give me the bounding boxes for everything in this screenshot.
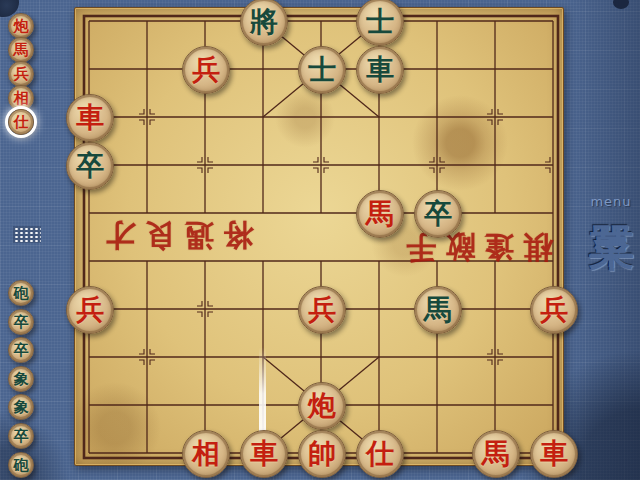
red-車-piece[interactable]: 車	[530, 430, 578, 478]
tray-black-卒[interactable]: 卒	[8, 337, 34, 363]
black-士-piece[interactable]: 士	[356, 0, 404, 46]
red-兵-piece[interactable]: 兵	[298, 286, 346, 334]
red-仕-piece[interactable]: 仕	[356, 430, 404, 478]
tray-red-兵[interactable]: 兵	[8, 61, 34, 87]
tray-red-馬[interactable]: 馬	[8, 37, 34, 63]
black-卒-piece[interactable]: 卒	[66, 142, 114, 190]
red-炮-piece[interactable]: 炮	[298, 382, 346, 430]
red-馬-piece[interactable]: 馬	[356, 190, 404, 238]
tray-black-象[interactable]: 象	[8, 394, 34, 420]
red-馬-piece[interactable]: 馬	[472, 430, 520, 478]
red-兵-piece[interactable]: 兵	[182, 46, 230, 94]
tray-black-卒[interactable]: 卒	[8, 423, 34, 449]
top-decoration-blob	[613, 0, 629, 9]
xiangqi-board[interactable]: 将遇良才 棋逢敵手 將士兵士車車卒馬卒兵兵馬兵炮相車帥仕馬車	[74, 7, 564, 466]
tray-black-象[interactable]: 象	[8, 366, 34, 392]
tray-red-仕[interactable]: 仕	[8, 109, 34, 135]
red-車-piece[interactable]: 車	[240, 430, 288, 478]
tray-black-砲[interactable]: 砲	[8, 280, 34, 306]
red-車-piece[interactable]: 車	[66, 94, 114, 142]
red-帥-piece[interactable]: 帥	[298, 430, 346, 478]
xiangqi-game-window: { "game": "xiangqi", "window": {"width":…	[0, 0, 640, 480]
dot-grid-indicator	[13, 226, 41, 243]
tray-black-砲[interactable]: 砲	[8, 452, 34, 478]
black-卒-piece[interactable]: 卒	[414, 190, 462, 238]
black-車-piece[interactable]: 車	[356, 46, 404, 94]
red-兵-piece[interactable]: 兵	[66, 286, 114, 334]
red-兵-piece[interactable]: 兵	[530, 286, 578, 334]
black-將-piece[interactable]: 將	[240, 0, 288, 46]
pieces-layer: 將士兵士車車卒馬卒兵兵馬兵炮相車帥仕馬車	[75, 8, 563, 465]
red-相-piece[interactable]: 相	[182, 430, 230, 478]
tray-red-相[interactable]: 相	[8, 85, 34, 111]
tray-red-炮[interactable]: 炮	[8, 13, 34, 39]
menu-button[interactable]: 菜單 menu	[584, 190, 638, 209]
black-馬-piece[interactable]: 馬	[414, 286, 462, 334]
menu-button-subtitle: menu	[584, 194, 638, 209]
black-士-piece[interactable]: 士	[298, 46, 346, 94]
tray-black-卒[interactable]: 卒	[8, 309, 34, 335]
